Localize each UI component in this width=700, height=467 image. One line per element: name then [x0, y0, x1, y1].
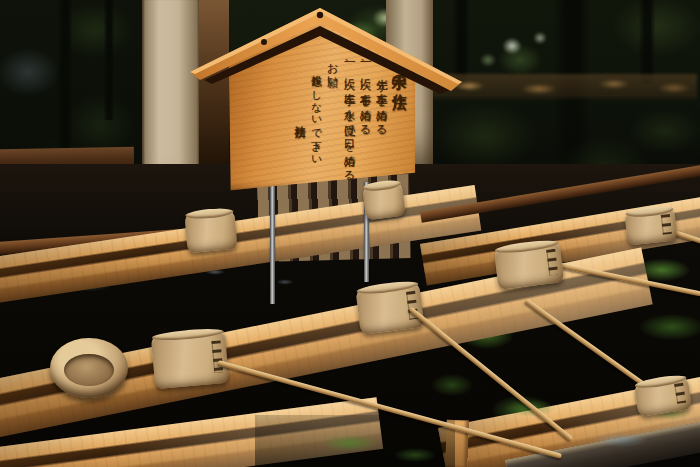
- shrine-temizuya-photo: 手水の作法 一、先ず左手を清める 一、次に右手を清める 一、次に左手に水を受け口…: [0, 0, 700, 467]
- sign-support-post-left: [270, 184, 275, 304]
- tree-trunk: [639, 0, 655, 84]
- ladle-cup-top-view: [50, 338, 128, 398]
- water-reflection-front: [255, 415, 455, 467]
- tree-trunk: [104, 0, 114, 120]
- ladle-cup: [362, 182, 406, 221]
- ladle-cup: [151, 330, 229, 389]
- tree-trunk: [58, 0, 72, 150]
- ladle-cup: [184, 210, 237, 253]
- ladle-cup: [624, 207, 677, 245]
- sign-gabled-roof: [190, 0, 462, 94]
- ladle-cup: [494, 241, 565, 290]
